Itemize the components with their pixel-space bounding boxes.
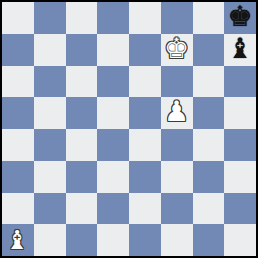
square-e7[interactable] (129, 34, 161, 66)
square-c6[interactable] (66, 66, 98, 98)
square-d1[interactable] (97, 224, 129, 256)
square-c3[interactable] (66, 161, 98, 193)
square-a2[interactable] (2, 193, 34, 225)
square-b2[interactable] (34, 193, 66, 225)
square-a7[interactable] (2, 34, 34, 66)
square-d4[interactable] (97, 129, 129, 161)
square-c4[interactable] (66, 129, 98, 161)
square-e2[interactable] (129, 193, 161, 225)
square-f8[interactable] (161, 2, 193, 34)
square-h6[interactable] (224, 66, 256, 98)
square-g6[interactable] (193, 66, 225, 98)
chess-board: ♚♚♝♟♝ (2, 2, 256, 256)
square-a8[interactable] (2, 2, 34, 34)
piece-white-king[interactable]: ♚ (164, 35, 189, 63)
square-d3[interactable] (97, 161, 129, 193)
square-b6[interactable] (34, 66, 66, 98)
square-d7[interactable] (97, 34, 129, 66)
square-d6[interactable] (97, 66, 129, 98)
square-h8[interactable]: ♚ (224, 2, 256, 34)
chess-board-frame: ♚♚♝♟♝ (0, 0, 258, 258)
piece-black-bishop[interactable]: ♝ (228, 35, 253, 63)
square-h3[interactable] (224, 161, 256, 193)
square-g4[interactable] (193, 129, 225, 161)
piece-white-pawn[interactable]: ♟ (164, 98, 189, 126)
square-b8[interactable] (34, 2, 66, 34)
square-e1[interactable] (129, 224, 161, 256)
piece-white-bishop[interactable]: ♝ (5, 227, 28, 253)
square-f7[interactable]: ♚ (161, 34, 193, 66)
square-h1[interactable] (224, 224, 256, 256)
square-b1[interactable] (34, 224, 66, 256)
square-h2[interactable] (224, 193, 256, 225)
square-e4[interactable] (129, 129, 161, 161)
square-f3[interactable] (161, 161, 193, 193)
square-e8[interactable] (129, 2, 161, 34)
square-c2[interactable] (66, 193, 98, 225)
square-a6[interactable] (2, 66, 34, 98)
square-a3[interactable] (2, 161, 34, 193)
square-g3[interactable] (193, 161, 225, 193)
square-f2[interactable] (161, 193, 193, 225)
square-b7[interactable] (34, 34, 66, 66)
square-h7[interactable]: ♝ (224, 34, 256, 66)
square-e5[interactable] (129, 97, 161, 129)
square-b4[interactable] (34, 129, 66, 161)
square-b3[interactable] (34, 161, 66, 193)
square-c1[interactable] (66, 224, 98, 256)
square-c8[interactable] (66, 2, 98, 34)
square-f6[interactable] (161, 66, 193, 98)
square-h4[interactable] (224, 129, 256, 161)
square-h5[interactable] (224, 97, 256, 129)
square-d2[interactable] (97, 193, 129, 225)
square-c5[interactable] (66, 97, 98, 129)
square-g8[interactable] (193, 2, 225, 34)
square-g2[interactable] (193, 193, 225, 225)
square-f4[interactable] (161, 129, 193, 161)
piece-black-king[interactable]: ♚ (228, 3, 253, 31)
square-e3[interactable] (129, 161, 161, 193)
square-a1[interactable]: ♝ (2, 224, 34, 256)
square-e6[interactable] (129, 66, 161, 98)
square-b5[interactable] (34, 97, 66, 129)
square-f1[interactable] (161, 224, 193, 256)
square-g7[interactable] (193, 34, 225, 66)
square-d5[interactable] (97, 97, 129, 129)
square-c7[interactable] (66, 34, 98, 66)
square-d8[interactable] (97, 2, 129, 34)
square-a4[interactable] (2, 129, 34, 161)
square-g1[interactable] (193, 224, 225, 256)
square-g5[interactable] (193, 97, 225, 129)
square-a5[interactable] (2, 97, 34, 129)
square-f5[interactable]: ♟ (161, 97, 193, 129)
